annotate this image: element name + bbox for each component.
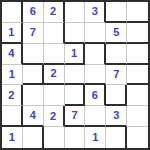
cell-r5c4[interactable] bbox=[65, 85, 86, 106]
clue-cell-r6c4[interactable]: 7 bbox=[65, 106, 86, 127]
cell-r6c1[interactable] bbox=[2, 106, 23, 127]
clue-cell-r4c1[interactable]: 1 bbox=[2, 65, 23, 86]
clue-cell-r2c2[interactable]: 7 bbox=[23, 23, 44, 44]
clue-cell-r2c6[interactable]: 5 bbox=[106, 23, 127, 44]
clue-cell-r4c3[interactable]: 2 bbox=[44, 65, 65, 86]
cell-r7c4[interactable] bbox=[65, 127, 86, 148]
cell-r2c7[interactable] bbox=[127, 23, 148, 44]
cell-r3c2[interactable] bbox=[23, 44, 44, 65]
clue-cell-r4c6[interactable]: 7 bbox=[106, 65, 127, 86]
cell-r4c7[interactable] bbox=[127, 65, 148, 86]
cell-r4c2[interactable] bbox=[23, 65, 44, 86]
cell-r3c3[interactable] bbox=[44, 44, 65, 65]
cell-r5c2[interactable] bbox=[23, 85, 44, 106]
cell-r3c7[interactable] bbox=[127, 44, 148, 65]
cell-r4c4[interactable] bbox=[65, 65, 86, 86]
cell-r2c3[interactable] bbox=[44, 23, 65, 44]
cell-r2c4[interactable] bbox=[65, 23, 86, 44]
cell-r2c5[interactable] bbox=[85, 23, 106, 44]
cell-r5c7[interactable] bbox=[127, 85, 148, 106]
clue-cell-r3c1[interactable]: 4 bbox=[2, 44, 23, 65]
cell-r1c7[interactable] bbox=[127, 2, 148, 23]
clue-cell-r1c2[interactable]: 6 bbox=[23, 2, 44, 23]
suguru-board: 6231754112726427311 bbox=[0, 0, 150, 150]
cell-r7c3[interactable] bbox=[44, 127, 65, 148]
clue-cell-r1c5[interactable]: 3 bbox=[85, 2, 106, 23]
cell-r6c5[interactable] bbox=[85, 106, 106, 127]
cell-r7c7[interactable] bbox=[127, 127, 148, 148]
clue-cell-r5c1[interactable]: 2 bbox=[2, 85, 23, 106]
cell-r5c3[interactable] bbox=[44, 85, 65, 106]
cell-r7c2[interactable] bbox=[23, 127, 44, 148]
cell-r1c6[interactable] bbox=[106, 2, 127, 23]
cell-r6c7[interactable] bbox=[127, 106, 148, 127]
clue-cell-r6c6[interactable]: 3 bbox=[106, 106, 127, 127]
cell-r1c1[interactable] bbox=[2, 2, 23, 23]
cell-r3c6[interactable] bbox=[106, 44, 127, 65]
clue-cell-r7c1[interactable]: 1 bbox=[2, 127, 23, 148]
clue-cell-r2c1[interactable]: 1 bbox=[2, 23, 23, 44]
clue-cell-r6c2[interactable]: 4 bbox=[23, 106, 44, 127]
clue-cell-r1c3[interactable]: 2 bbox=[44, 2, 65, 23]
clue-cell-r6c3[interactable]: 2 bbox=[44, 106, 65, 127]
cell-r3c5[interactable] bbox=[85, 44, 106, 65]
clue-cell-r7c5[interactable]: 1 bbox=[85, 127, 106, 148]
clue-cell-r5c5[interactable]: 6 bbox=[85, 85, 106, 106]
cell-r5c6[interactable] bbox=[106, 85, 127, 106]
cell-r1c4[interactable] bbox=[65, 2, 86, 23]
cell-r7c6[interactable] bbox=[106, 127, 127, 148]
clue-cell-r3c4[interactable]: 1 bbox=[65, 44, 86, 65]
cell-r4c5[interactable] bbox=[85, 65, 106, 86]
